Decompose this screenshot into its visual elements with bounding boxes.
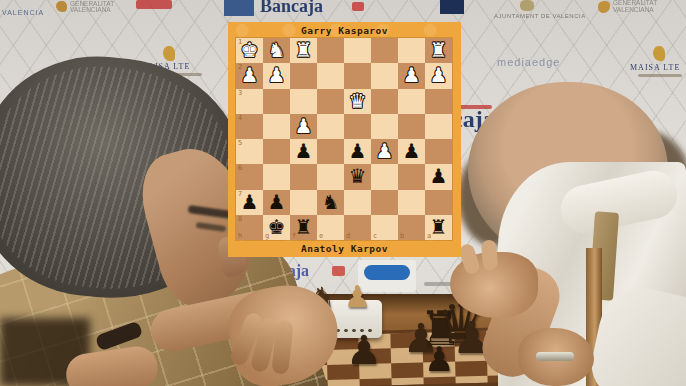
file-label: e xyxy=(319,232,323,240)
square-d5: ♟ xyxy=(344,139,371,164)
square-a4 xyxy=(425,114,452,139)
sponsor-mediaedge: mediaedge xyxy=(497,56,560,68)
black-pawn: ♟ xyxy=(290,139,317,164)
square-f8: f♜ xyxy=(290,215,317,240)
bancaja-plus-icon xyxy=(352,2,364,11)
wooden-dark-piece: ♟ xyxy=(424,342,454,376)
square-g7: ♟ xyxy=(263,190,290,215)
chess-diagram-panel: Garry Kasparov 1♚♞♜♜2♟♟♟♟3♛4♟5♟♟♟♟6♛♟7♟♟… xyxy=(228,22,461,257)
square-f3 xyxy=(290,89,317,114)
white-pawn: ♟ xyxy=(371,139,398,164)
navy-sponsor-box xyxy=(440,0,464,14)
square-e8: e xyxy=(317,215,344,240)
black-rook: ♜ xyxy=(425,215,452,240)
square-f4: ♟ xyxy=(290,114,317,139)
square-c8: c xyxy=(371,215,398,240)
file-label: d xyxy=(346,232,350,240)
black-knight: ♞ xyxy=(317,190,344,215)
square-h4: 4 xyxy=(236,114,263,139)
white-pawn: ♟ xyxy=(236,63,263,88)
gold-lion-icon xyxy=(653,46,665,61)
square-g3 xyxy=(263,89,290,114)
square-h5: 5 xyxy=(236,139,263,164)
black-pawn: ♟ xyxy=(398,139,425,164)
square-d1 xyxy=(344,38,371,63)
square-e4 xyxy=(317,114,344,139)
blue-pill-logo xyxy=(364,265,410,280)
blue-sponsor-box xyxy=(224,0,254,16)
square-c7 xyxy=(371,190,398,215)
square-e2 xyxy=(317,63,344,88)
black-queen: ♛ xyxy=(344,164,371,189)
square-a8: a♜ xyxy=(425,215,452,240)
white-pawn: ♟ xyxy=(425,63,452,88)
black-pawn: ♟ xyxy=(263,190,290,215)
square-g5 xyxy=(263,139,290,164)
square-d4 xyxy=(344,114,371,139)
player-name-bottom: Anatoly Karpov xyxy=(228,241,461,257)
square-b7 xyxy=(398,190,425,215)
file-label: c xyxy=(373,232,377,240)
square-h6: 6 xyxy=(236,164,263,189)
gold-lion-icon xyxy=(163,46,175,61)
generalitat-emblem-icon xyxy=(56,1,67,12)
karpov-bracelet xyxy=(536,352,574,361)
square-g4 xyxy=(263,114,290,139)
file-label: b xyxy=(400,232,404,240)
black-pawn: ♟ xyxy=(236,190,263,215)
square-h7: 7♟ xyxy=(236,190,263,215)
black-pawn: ♟ xyxy=(344,139,371,164)
square-g8: g♚ xyxy=(263,215,290,240)
square-e1 xyxy=(317,38,344,63)
white-pawn: ♟ xyxy=(290,114,317,139)
rank-label: 6 xyxy=(238,164,242,172)
square-c5: ♟ xyxy=(371,139,398,164)
square-h3: 3 xyxy=(236,89,263,114)
square-d8: d xyxy=(344,215,371,240)
white-rook: ♜ xyxy=(425,38,452,63)
square-g2: ♟ xyxy=(263,63,290,88)
square-e7: ♞ xyxy=(317,190,344,215)
black-pawn: ♟ xyxy=(425,164,452,189)
chess-board: 1♚♞♜♜2♟♟♟♟3♛4♟5♟♟♟♟6♛♟7♟♟♞8hg♚f♜edcba♜ xyxy=(236,38,452,240)
player-name-top: Garry Kasparov xyxy=(228,23,461,38)
square-d2 xyxy=(344,63,371,88)
square-a1: ♜ xyxy=(425,38,452,63)
square-h8: 8h xyxy=(236,215,263,240)
white-king: ♚ xyxy=(236,38,263,63)
square-h1: 1♚ xyxy=(236,38,263,63)
square-g6 xyxy=(263,164,290,189)
white-knight: ♞ xyxy=(263,38,290,63)
white-pawn: ♟ xyxy=(263,63,290,88)
sponsor-maisa-right: MAISA LTE xyxy=(630,63,680,72)
square-h2: 2♟ xyxy=(236,63,263,88)
square-a6: ♟ xyxy=(425,164,452,189)
square-f5: ♟ xyxy=(290,139,317,164)
sponsor-tagline-smudge xyxy=(638,74,682,77)
white-pawn: ♟ xyxy=(398,63,425,88)
ajuntament-crest-icon xyxy=(520,0,534,11)
rank-label: 3 xyxy=(238,89,242,97)
wooden-light-piece: ♟ xyxy=(344,282,371,312)
square-f7 xyxy=(290,190,317,215)
rank-label: 8 xyxy=(238,215,242,223)
sponsor-generalitat-top-left: GENERALITAT VALENCIANA xyxy=(70,1,132,13)
square-b8: b xyxy=(398,215,425,240)
black-king: ♚ xyxy=(263,215,290,240)
bancaja-plus-icon xyxy=(332,266,345,276)
wooden-dark-piece: ♟ xyxy=(346,330,382,370)
square-b5: ♟ xyxy=(398,139,425,164)
square-f1: ♜ xyxy=(290,38,317,63)
square-f2 xyxy=(290,63,317,88)
square-c3 xyxy=(371,89,398,114)
white-queen: ♛ xyxy=(344,89,371,114)
square-a3 xyxy=(425,89,452,114)
square-a2: ♟ xyxy=(425,63,452,88)
square-d3: ♛ xyxy=(344,89,371,114)
square-c6 xyxy=(371,164,398,189)
white-rook: ♜ xyxy=(290,38,317,63)
square-b1 xyxy=(398,38,425,63)
square-a7 xyxy=(425,190,452,215)
square-f6 xyxy=(290,164,317,189)
square-e3 xyxy=(317,89,344,114)
rank-label: 4 xyxy=(238,114,242,122)
square-c1 xyxy=(371,38,398,63)
square-b2: ♟ xyxy=(398,63,425,88)
square-c2 xyxy=(371,63,398,88)
file-label: h xyxy=(238,232,242,240)
square-e5 xyxy=(317,139,344,164)
sponsor-ajuntament: AJUNTAMENT DE VALENCIA xyxy=(494,13,586,19)
square-a5 xyxy=(425,139,452,164)
square-b3 xyxy=(398,89,425,114)
square-b4 xyxy=(398,114,425,139)
rank-label: 5 xyxy=(238,139,242,147)
square-c4 xyxy=(371,114,398,139)
karpov-finger xyxy=(481,240,498,271)
sponsor-generalitat-top-right: GENERALITAT VALENCIANA xyxy=(613,0,673,13)
sponsor-valencia-text: VALENCIA xyxy=(2,9,44,16)
square-e6 xyxy=(317,164,344,189)
square-g1: ♞ xyxy=(263,38,290,63)
square-d6: ♛ xyxy=(344,164,371,189)
square-d7 xyxy=(344,190,371,215)
photo-scene: VALENCIA GENERALITAT VALENCIANA Bancaja … xyxy=(0,0,686,386)
red-sponsor-logo xyxy=(136,0,172,9)
square-b6 xyxy=(398,164,425,189)
sponsor-bancaja-top: Bancaja xyxy=(260,0,323,17)
black-rook: ♜ xyxy=(290,215,317,240)
